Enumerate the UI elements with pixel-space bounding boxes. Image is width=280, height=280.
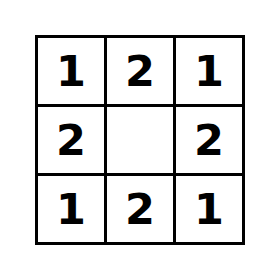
cell-r2c2[interactable] <box>107 107 173 173</box>
cell-r1c1[interactable]: 1 <box>38 38 104 104</box>
cell-r3c3[interactable]: 1 <box>176 176 242 242</box>
puzzle-diagram: 1 2 1 2 2 1 2 1 <box>0 0 280 280</box>
cell-r3c1[interactable]: 1 <box>38 176 104 242</box>
cell-r2c1[interactable]: 2 <box>38 107 104 173</box>
cell-r1c2[interactable]: 2 <box>107 38 173 104</box>
board-grid: 1 2 1 2 2 1 2 1 <box>35 35 245 245</box>
cell-r2c3[interactable]: 2 <box>176 107 242 173</box>
cell-r1c3[interactable]: 1 <box>176 38 242 104</box>
cell-r3c2[interactable]: 2 <box>107 176 173 242</box>
